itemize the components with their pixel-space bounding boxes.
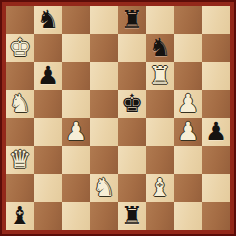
square-b4[interactable] [34,118,62,146]
square-b1[interactable] [34,202,62,230]
square-d5[interactable] [90,90,118,118]
square-g6[interactable] [174,62,202,90]
black-rook-e1[interactable]: ♜ [121,202,143,230]
square-b3[interactable] [34,146,62,174]
white-king-a7[interactable]: ♚ [9,34,31,62]
square-d7[interactable] [90,34,118,62]
square-h8[interactable] [202,6,230,34]
square-d6[interactable] [90,62,118,90]
square-e8[interactable]: ♜ [118,6,146,34]
square-c7[interactable] [62,34,90,62]
square-h6[interactable] [202,62,230,90]
square-a1[interactable]: ♝ [6,202,34,230]
square-f4[interactable] [146,118,174,146]
square-a5[interactable]: ♞ [6,90,34,118]
square-h2[interactable] [202,174,230,202]
square-f5[interactable] [146,90,174,118]
square-g5[interactable]: ♟ [174,90,202,118]
black-knight-f7[interactable]: ♞ [149,34,171,62]
square-a6[interactable] [6,62,34,90]
square-c8[interactable] [62,6,90,34]
square-e6[interactable] [118,62,146,90]
square-c4[interactable]: ♟ [62,118,90,146]
square-b2[interactable] [34,174,62,202]
square-g4[interactable]: ♟ [174,118,202,146]
square-h1[interactable] [202,202,230,230]
square-e4[interactable] [118,118,146,146]
square-d2[interactable]: ♞ [90,174,118,202]
square-h7[interactable] [202,34,230,62]
square-g3[interactable] [174,146,202,174]
white-queen-a3[interactable]: ♛ [9,146,31,174]
white-pawn-g5[interactable]: ♟ [177,90,199,118]
square-b6[interactable]: ♟ [34,62,62,90]
white-bishop-f2[interactable]: ♝ [149,174,171,202]
square-h3[interactable] [202,146,230,174]
square-a4[interactable] [6,118,34,146]
square-c2[interactable] [62,174,90,202]
square-g8[interactable] [174,6,202,34]
square-e3[interactable] [118,146,146,174]
square-e1[interactable]: ♜ [118,202,146,230]
square-b5[interactable] [34,90,62,118]
square-g2[interactable] [174,174,202,202]
square-a7[interactable]: ♚ [6,34,34,62]
black-pawn-b6[interactable]: ♟ [37,62,59,90]
square-e2[interactable] [118,174,146,202]
square-d8[interactable] [90,6,118,34]
square-d3[interactable] [90,146,118,174]
white-pawn-c4[interactable]: ♟ [65,118,87,146]
black-rook-e8[interactable]: ♜ [121,6,143,34]
square-f3[interactable] [146,146,174,174]
square-e7[interactable] [118,34,146,62]
square-c6[interactable] [62,62,90,90]
black-king-e5[interactable]: ♚ [121,90,143,118]
chess-board-frame: ♞♜♚♞♟♜♞♚♟♟♟♟♛♞♝♝♜ [0,0,236,236]
black-bishop-a1[interactable]: ♝ [9,202,31,230]
square-g1[interactable] [174,202,202,230]
black-knight-b8[interactable]: ♞ [37,6,59,34]
square-d1[interactable] [90,202,118,230]
square-f1[interactable] [146,202,174,230]
square-a8[interactable] [6,6,34,34]
chess-board: ♞♜♚♞♟♜♞♚♟♟♟♟♛♞♝♝♜ [6,6,230,230]
square-a3[interactable]: ♛ [6,146,34,174]
square-a2[interactable] [6,174,34,202]
white-knight-a5[interactable]: ♞ [9,90,31,118]
square-f7[interactable]: ♞ [146,34,174,62]
square-f2[interactable]: ♝ [146,174,174,202]
white-knight-d2[interactable]: ♞ [93,174,115,202]
square-g7[interactable] [174,34,202,62]
square-f6[interactable]: ♜ [146,62,174,90]
square-c3[interactable] [62,146,90,174]
white-pawn-g4[interactable]: ♟ [177,118,199,146]
black-pawn-h4[interactable]: ♟ [205,118,227,146]
square-c5[interactable] [62,90,90,118]
square-e5[interactable]: ♚ [118,90,146,118]
square-b8[interactable]: ♞ [34,6,62,34]
square-d4[interactable] [90,118,118,146]
square-h5[interactable] [202,90,230,118]
square-f8[interactable] [146,6,174,34]
white-rook-f6[interactable]: ♜ [149,62,171,90]
square-b7[interactable] [34,34,62,62]
square-c1[interactable] [62,202,90,230]
square-h4[interactable]: ♟ [202,118,230,146]
